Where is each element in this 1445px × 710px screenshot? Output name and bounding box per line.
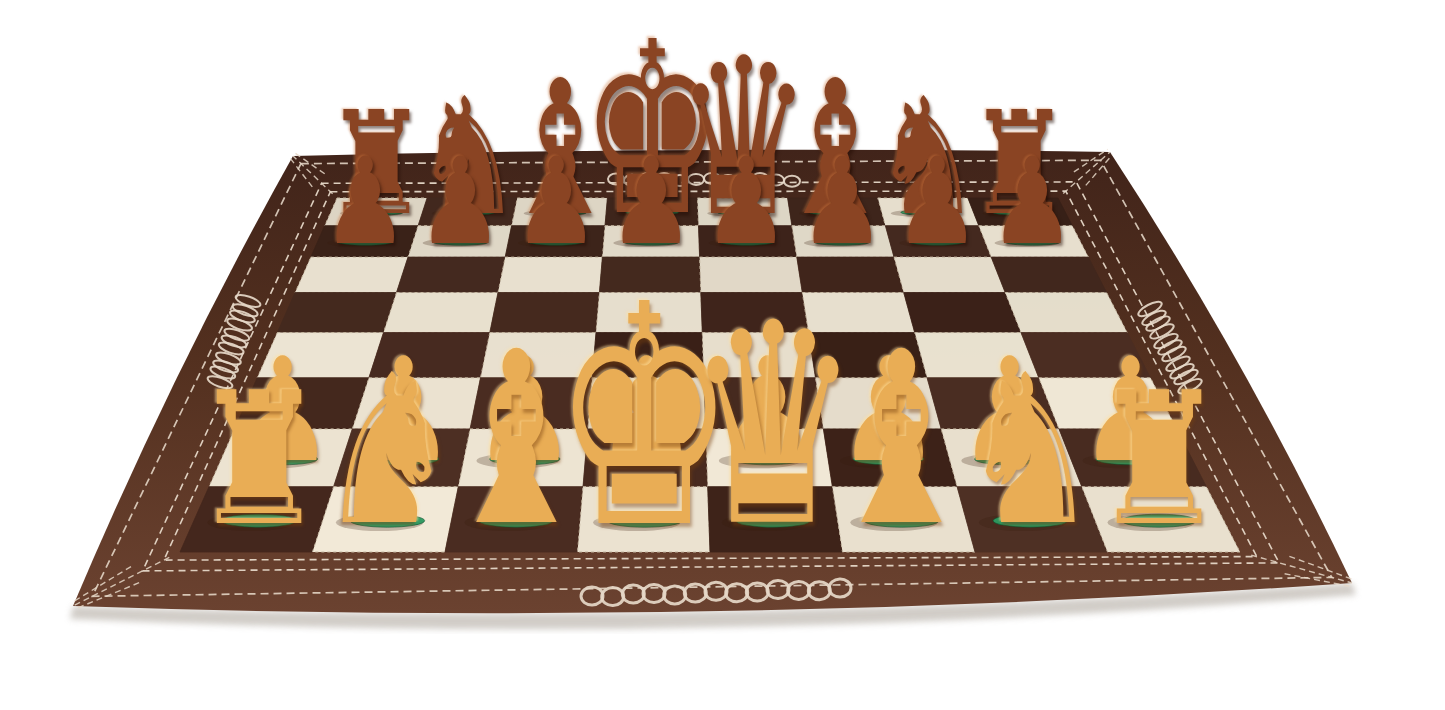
square-h5 <box>1005 293 1127 333</box>
felt-e8 <box>717 210 770 216</box>
felt-a8 <box>350 210 403 216</box>
square-d5 <box>596 293 702 333</box>
felt-h7 <box>1005 239 1060 245</box>
felt-g1 <box>993 514 1068 527</box>
felt-b1 <box>350 514 425 527</box>
felt-f7 <box>814 239 869 245</box>
square-g3 <box>927 378 1059 429</box>
felt-h2 <box>1096 453 1166 465</box>
square-a3 <box>235 378 369 429</box>
square-e5 <box>701 293 809 333</box>
felt-e7 <box>719 239 774 245</box>
square-b4 <box>369 333 490 378</box>
felt-a2 <box>247 453 317 465</box>
felt-d7 <box>624 239 679 245</box>
square-c3 <box>470 378 592 429</box>
square-f5 <box>802 293 914 333</box>
square-b3 <box>352 378 480 429</box>
square-c6 <box>498 257 602 292</box>
square-a6 <box>295 257 408 292</box>
square-d6 <box>599 257 700 292</box>
felt-b7 <box>433 239 488 245</box>
felt-g7 <box>910 239 965 245</box>
square-f6 <box>797 257 904 292</box>
board-photo-svg <box>0 0 1445 710</box>
felt-e1 <box>736 514 811 527</box>
square-h4 <box>1021 333 1151 378</box>
square-e6 <box>700 257 803 292</box>
felt-f8 <box>809 210 862 216</box>
square-g6 <box>894 257 1005 292</box>
felt-c7 <box>528 239 583 245</box>
square-a4 <box>257 333 383 378</box>
felt-h8 <box>993 210 1046 216</box>
felt-e2 <box>732 453 802 465</box>
felt-c2 <box>490 453 560 465</box>
felt-b8 <box>442 210 495 216</box>
square-f3 <box>816 378 942 429</box>
square-d3 <box>588 378 706 429</box>
square-e4 <box>702 333 815 378</box>
felt-f2 <box>853 453 923 465</box>
felt-a7 <box>338 239 393 245</box>
square-f4 <box>809 333 928 378</box>
felt-d1 <box>607 514 682 527</box>
felt-c8 <box>534 210 587 216</box>
square-g5 <box>904 293 1021 333</box>
square-b5 <box>384 293 499 333</box>
square-c4 <box>481 333 597 378</box>
felt-d2 <box>611 453 681 465</box>
felt-b2 <box>368 453 438 465</box>
square-e3 <box>704 378 824 429</box>
felt-g8 <box>901 210 954 216</box>
square-a5 <box>277 293 396 333</box>
square-g4 <box>915 333 1039 378</box>
square-c5 <box>490 293 600 333</box>
felt-a1 <box>221 514 296 527</box>
square-h6 <box>991 257 1106 292</box>
felt-d8 <box>626 210 679 216</box>
felt-f1 <box>864 514 939 527</box>
felt-h1 <box>1122 514 1197 527</box>
chess-set-photo: ♜♞♝♚♛♝♞♜♟♟♟♟♟♟♟♟♟♟♟♟♟♟♟♟♜♞♝♚♛♝♞♜ <box>0 0 1445 710</box>
felt-c1 <box>479 514 554 527</box>
felt-g2 <box>975 453 1045 465</box>
square-d4 <box>592 333 704 378</box>
square-b6 <box>397 257 506 292</box>
